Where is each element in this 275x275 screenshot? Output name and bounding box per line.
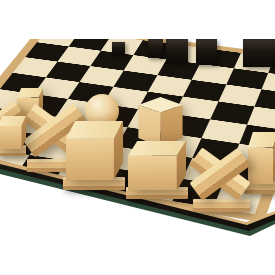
pieces-layer [0, 39, 275, 275]
piece-black-rook [166, 39, 188, 64]
piece-white-rook [66, 121, 123, 180]
piece-black-pawn [112, 42, 125, 55]
product-photo [0, 0, 275, 275]
piece-white-pawn [0, 116, 26, 149]
photo-area [0, 39, 275, 275]
piece-white-king [128, 141, 186, 190]
piece-white-rook [248, 132, 275, 184]
piece-white-king-top [137, 97, 184, 147]
piece-white-bishop [192, 142, 248, 206]
piece-black-king [243, 39, 275, 67]
piece-black-rook [196, 39, 217, 65]
piece-black-pawn [148, 39, 163, 58]
